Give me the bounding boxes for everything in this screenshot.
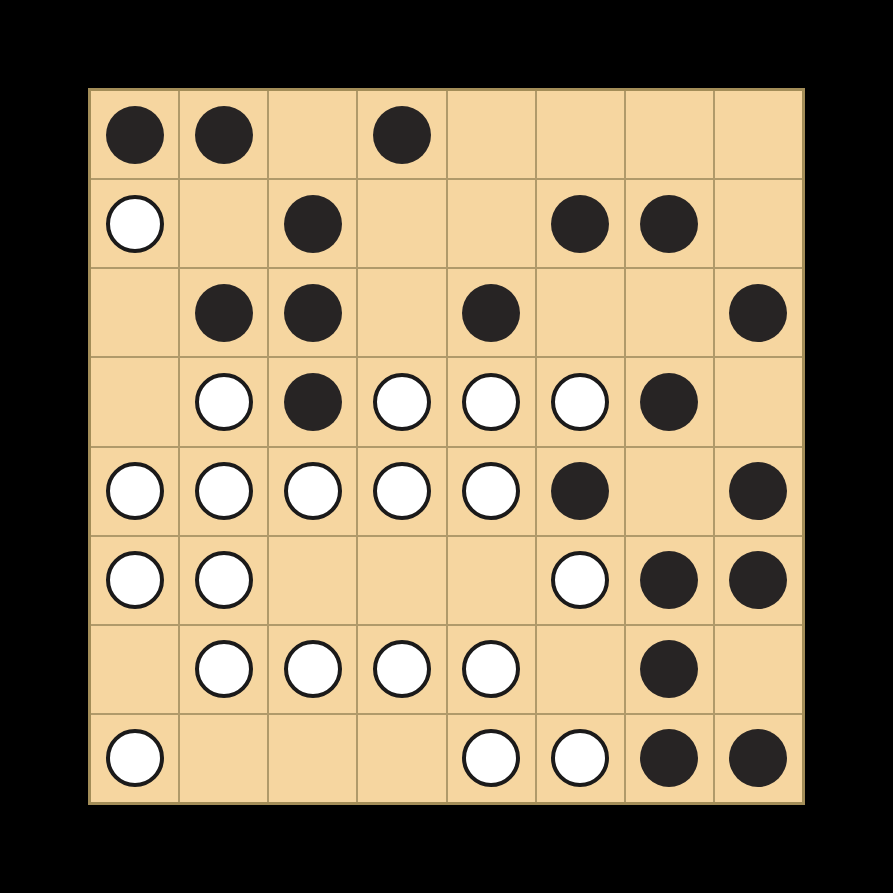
board-cell-r2c7[interactable] <box>626 180 713 267</box>
board-cell-r3c6[interactable] <box>537 269 624 356</box>
board-cell-r7c8[interactable] <box>715 626 802 713</box>
black-disc <box>284 284 342 342</box>
black-disc <box>640 729 698 787</box>
white-disc <box>462 373 520 431</box>
white-disc <box>373 462 431 520</box>
board-cell-r5c6[interactable] <box>537 448 624 535</box>
black-disc <box>462 284 520 342</box>
board-cell-r5c3[interactable] <box>269 448 356 535</box>
board-cell-r1c7[interactable] <box>626 91 713 178</box>
white-disc <box>462 640 520 698</box>
board-cell-r6c5[interactable] <box>448 537 535 624</box>
board-cell-r3c1[interactable] <box>91 269 178 356</box>
black-disc <box>284 373 342 431</box>
black-disc <box>195 284 253 342</box>
board-cell-r6c6[interactable] <box>537 537 624 624</box>
board-cell-r1c6[interactable] <box>537 91 624 178</box>
board-cell-r4c3[interactable] <box>269 358 356 445</box>
board-cell-r7c1[interactable] <box>91 626 178 713</box>
board-cell-r6c1[interactable] <box>91 537 178 624</box>
black-disc <box>284 195 342 253</box>
black-disc <box>640 640 698 698</box>
white-disc <box>195 462 253 520</box>
board-cell-r2c4[interactable] <box>358 180 445 267</box>
board-cell-r3c2[interactable] <box>180 269 267 356</box>
board-cell-r8c8[interactable] <box>715 715 802 802</box>
white-disc <box>106 729 164 787</box>
board-cell-r4c6[interactable] <box>537 358 624 445</box>
black-disc <box>729 729 787 787</box>
board-cell-r6c2[interactable] <box>180 537 267 624</box>
board-cell-r5c8[interactable] <box>715 448 802 535</box>
board-cell-r7c3[interactable] <box>269 626 356 713</box>
board-cell-r5c2[interactable] <box>180 448 267 535</box>
black-disc <box>373 106 431 164</box>
white-disc <box>551 373 609 431</box>
board-cell-r3c5[interactable] <box>448 269 535 356</box>
game-board <box>88 88 805 805</box>
board-cell-r8c2[interactable] <box>180 715 267 802</box>
board-cell-r7c6[interactable] <box>537 626 624 713</box>
white-disc <box>284 462 342 520</box>
board-cell-r3c8[interactable] <box>715 269 802 356</box>
board-cell-r8c1[interactable] <box>91 715 178 802</box>
board-cell-r1c3[interactable] <box>269 91 356 178</box>
black-disc <box>551 462 609 520</box>
board-cell-r4c7[interactable] <box>626 358 713 445</box>
white-disc <box>106 195 164 253</box>
black-disc <box>729 462 787 520</box>
white-disc <box>195 373 253 431</box>
board-cell-r7c4[interactable] <box>358 626 445 713</box>
board-cell-r1c5[interactable] <box>448 91 535 178</box>
board-cell-r2c8[interactable] <box>715 180 802 267</box>
board-cell-r7c2[interactable] <box>180 626 267 713</box>
board-cell-r5c7[interactable] <box>626 448 713 535</box>
white-disc <box>551 729 609 787</box>
black-disc <box>729 284 787 342</box>
board-cell-r2c2[interactable] <box>180 180 267 267</box>
black-disc <box>640 373 698 431</box>
board-cell-r3c7[interactable] <box>626 269 713 356</box>
board-cell-r6c7[interactable] <box>626 537 713 624</box>
board-cell-r3c4[interactable] <box>358 269 445 356</box>
white-disc <box>373 640 431 698</box>
board-cell-r4c5[interactable] <box>448 358 535 445</box>
board-cell-r6c8[interactable] <box>715 537 802 624</box>
board-cell-r8c7[interactable] <box>626 715 713 802</box>
board-cell-r8c3[interactable] <box>269 715 356 802</box>
board-cell-r4c1[interactable] <box>91 358 178 445</box>
white-disc <box>373 373 431 431</box>
white-disc <box>106 462 164 520</box>
board-cell-r2c1[interactable] <box>91 180 178 267</box>
board-cell-r5c5[interactable] <box>448 448 535 535</box>
board-cell-r3c3[interactable] <box>269 269 356 356</box>
white-disc <box>462 462 520 520</box>
board-cell-r7c5[interactable] <box>448 626 535 713</box>
white-disc <box>284 640 342 698</box>
black-disc <box>106 106 164 164</box>
board-cell-r8c4[interactable] <box>358 715 445 802</box>
black-disc <box>640 195 698 253</box>
white-disc <box>195 640 253 698</box>
board-cell-r4c2[interactable] <box>180 358 267 445</box>
board-cell-r1c1[interactable] <box>91 91 178 178</box>
board-cell-r1c2[interactable] <box>180 91 267 178</box>
white-disc <box>195 551 253 609</box>
board-cell-r6c4[interactable] <box>358 537 445 624</box>
black-disc <box>551 195 609 253</box>
board-cell-r1c8[interactable] <box>715 91 802 178</box>
white-disc <box>462 729 520 787</box>
board-cell-r4c8[interactable] <box>715 358 802 445</box>
board-cell-r8c6[interactable] <box>537 715 624 802</box>
board-cell-r2c6[interactable] <box>537 180 624 267</box>
page-background <box>0 0 893 893</box>
board-cell-r8c5[interactable] <box>448 715 535 802</box>
board-cell-r1c4[interactable] <box>358 91 445 178</box>
board-cell-r4c4[interactable] <box>358 358 445 445</box>
white-disc <box>106 551 164 609</box>
board-cell-r2c5[interactable] <box>448 180 535 267</box>
black-disc <box>640 551 698 609</box>
board-cell-r7c7[interactable] <box>626 626 713 713</box>
board-cell-r5c1[interactable] <box>91 448 178 535</box>
board-cell-r6c3[interactable] <box>269 537 356 624</box>
black-disc <box>729 551 787 609</box>
board-cell-r5c4[interactable] <box>358 448 445 535</box>
black-disc <box>195 106 253 164</box>
white-disc <box>551 551 609 609</box>
board-cell-r2c3[interactable] <box>269 180 356 267</box>
